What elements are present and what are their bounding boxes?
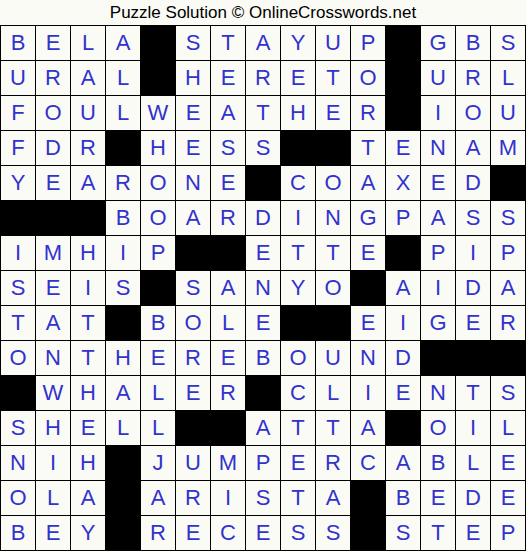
block-r4c9 (281, 131, 315, 165)
cell-r14c10: A (316, 481, 350, 515)
cell-r14c14: D (456, 481, 490, 515)
cell-r4c15: M (491, 131, 525, 165)
cell-r13c13: B (421, 446, 455, 480)
cell-r2c14: R (456, 61, 490, 95)
cell-r7c3: H (71, 236, 105, 270)
cell-r11c9: C (281, 376, 315, 410)
cell-r11c12: E (386, 376, 420, 410)
cell-r13c11: C (351, 446, 385, 480)
block-r14c11 (351, 481, 385, 515)
cell-r11c11: I (351, 376, 385, 410)
cell-r7c8: E (246, 236, 280, 270)
cell-r7c14: I (456, 236, 490, 270)
cell-r12c9: T (281, 411, 315, 445)
cell-r7c2: M (36, 236, 70, 270)
cell-r15c15: P (491, 516, 525, 550)
cell-r11c4: A (106, 376, 140, 410)
cell-r9c11: E (351, 306, 385, 340)
cell-r3c14: O (456, 96, 490, 130)
cell-r9c2: A (36, 306, 70, 340)
cell-r14c12: B (386, 481, 420, 515)
cell-r1c2: E (36, 26, 70, 60)
cell-r12c1: S (1, 411, 35, 445)
block-r12c7 (211, 411, 245, 445)
cell-r12c2: H (36, 411, 70, 445)
block-r7c12 (386, 236, 420, 270)
cell-r11c2: W (36, 376, 70, 410)
block-r10c14 (456, 341, 490, 375)
cell-r5c7: E (211, 166, 245, 200)
cell-r12c8: A (246, 411, 280, 445)
cell-r10c3: T (71, 341, 105, 375)
cell-r1c7: T (211, 26, 245, 60)
block-r13c4 (106, 446, 140, 480)
cell-r7c11: E (351, 236, 385, 270)
cell-r15c8: E (246, 516, 280, 550)
cell-r14c8: S (246, 481, 280, 515)
cell-r1c10: U (316, 26, 350, 60)
cell-r3c11: R (351, 96, 385, 130)
cell-r14c3: A (71, 481, 105, 515)
cell-r13c15: E (491, 446, 525, 480)
block-r11c1 (1, 376, 35, 410)
cell-r13c14: L (456, 446, 490, 480)
cell-r1c1: B (1, 26, 35, 60)
cell-r5c14: D (456, 166, 490, 200)
cell-r6c10: N (316, 201, 350, 235)
cell-r6c4: B (106, 201, 140, 235)
cell-r7c13: P (421, 236, 455, 270)
cell-r4c5: H (141, 131, 175, 165)
cell-r2c10: T (316, 61, 350, 95)
cell-r4c12: E (386, 131, 420, 165)
page-title: Puzzle Solution © OnlineCrosswords.net (0, 0, 526, 25)
cell-r3c9: H (281, 96, 315, 130)
cell-r11c10: L (316, 376, 350, 410)
cell-r14c9: T (281, 481, 315, 515)
cell-r9c6: O (176, 306, 210, 340)
cell-r6c12: P (386, 201, 420, 235)
cell-r11c3: H (71, 376, 105, 410)
cell-r13c10: R (316, 446, 350, 480)
cell-r8c9: Y (281, 271, 315, 305)
block-r8c11 (351, 271, 385, 305)
cell-r14c2: L (36, 481, 70, 515)
cell-r12c11: A (351, 411, 385, 445)
cell-r9c8: E (246, 306, 280, 340)
cell-r12c13: O (421, 411, 455, 445)
cell-r7c4: I (106, 236, 140, 270)
cell-r8c3: I (71, 271, 105, 305)
cell-r11c6: E (176, 376, 210, 410)
cell-r6c7: R (211, 201, 245, 235)
cell-r8c6: S (176, 271, 210, 305)
cell-r11c13: N (421, 376, 455, 410)
cell-r5c6: N (176, 166, 210, 200)
cell-r3c4: L (106, 96, 140, 130)
cell-r7c9: T (281, 236, 315, 270)
cell-r10c5: E (141, 341, 175, 375)
block-r2c12 (386, 61, 420, 95)
block-r7c7 (211, 236, 245, 270)
cell-r12c4: L (106, 411, 140, 445)
block-r4c10 (316, 131, 350, 165)
block-r15c4 (106, 516, 140, 550)
cell-r7c10: T (316, 236, 350, 270)
cell-r15c3: Y (71, 516, 105, 550)
cell-r8c15: A (491, 271, 525, 305)
cell-r8c8: N (246, 271, 280, 305)
block-r4c4 (106, 131, 140, 165)
block-r9c4 (106, 306, 140, 340)
block-r7c6 (176, 236, 210, 270)
cell-r15c7: C (211, 516, 245, 550)
cell-r3c10: E (316, 96, 350, 130)
cell-r15c1: B (1, 516, 35, 550)
cell-r3c2: O (36, 96, 70, 130)
cell-r3c15: U (491, 96, 525, 130)
cell-r5c3: A (71, 166, 105, 200)
block-r12c12 (386, 411, 420, 445)
cell-r5c5: O (141, 166, 175, 200)
cell-r4c3: R (71, 131, 105, 165)
block-r12c6 (176, 411, 210, 445)
cell-r1c13: G (421, 26, 455, 60)
cell-r10c12: D (386, 341, 420, 375)
cell-r2c11: O (351, 61, 385, 95)
cell-r6c11: G (351, 201, 385, 235)
cell-r5c2: E (36, 166, 70, 200)
block-r10c15 (491, 341, 525, 375)
block-r1c5 (141, 26, 175, 60)
cell-r15c12: S (386, 516, 420, 550)
block-r1c12 (386, 26, 420, 60)
cell-r3c5: W (141, 96, 175, 130)
cell-r2c6: H (176, 61, 210, 95)
cell-r10c2: N (36, 341, 70, 375)
cell-r2c1: U (1, 61, 35, 95)
cell-r2c2: R (36, 61, 70, 95)
cell-r4c1: F (1, 131, 35, 165)
cell-r7c1: I (1, 236, 35, 270)
cell-r6c13: A (421, 201, 455, 235)
cell-r6c8: D (246, 201, 280, 235)
cell-r9c5: B (141, 306, 175, 340)
cell-r12c15: L (491, 411, 525, 445)
cell-r13c2: I (36, 446, 70, 480)
cell-r4c14: A (456, 131, 490, 165)
cell-r8c1: S (1, 271, 35, 305)
block-r9c9 (281, 306, 315, 340)
cell-r4c7: S (211, 131, 245, 165)
cell-r3c13: I (421, 96, 455, 130)
cell-r8c13: I (421, 271, 455, 305)
cell-r10c1: O (1, 341, 35, 375)
cell-r1c9: Y (281, 26, 315, 60)
cell-r9c1: T (1, 306, 35, 340)
cell-r10c4: H (106, 341, 140, 375)
cell-r6c15: S (491, 201, 525, 235)
cell-r2c15: L (491, 61, 525, 95)
cell-r2c4: L (106, 61, 140, 95)
cell-r6c5: O (141, 201, 175, 235)
cell-r2c7: E (211, 61, 245, 95)
cell-r1c15: S (491, 26, 525, 60)
cell-r9c7: L (211, 306, 245, 340)
cell-r15c5: R (141, 516, 175, 550)
cell-r10c9: O (281, 341, 315, 375)
cell-r12c14: I (456, 411, 490, 445)
cell-r10c8: B (246, 341, 280, 375)
cell-r9c13: G (421, 306, 455, 340)
cell-r14c1: O (1, 481, 35, 515)
block-r8c5 (141, 271, 175, 305)
cell-r6c9: I (281, 201, 315, 235)
cell-r5c10: O (316, 166, 350, 200)
cell-r10c11: N (351, 341, 385, 375)
cell-r8c10: O (316, 271, 350, 305)
cell-r3c1: F (1, 96, 35, 130)
cell-r1c14: B (456, 26, 490, 60)
cell-r5c9: C (281, 166, 315, 200)
cell-r13c3: H (71, 446, 105, 480)
cell-r4c6: E (176, 131, 210, 165)
cell-r7c15: P (491, 236, 525, 270)
cell-r4c11: T (351, 131, 385, 165)
block-r6c3 (71, 201, 105, 235)
cell-r3c3: U (71, 96, 105, 130)
cell-r1c8: A (246, 26, 280, 60)
cell-r14c13: E (421, 481, 455, 515)
cell-r14c15: E (491, 481, 525, 515)
cell-r2c13: U (421, 61, 455, 95)
cell-r14c5: A (141, 481, 175, 515)
cell-r15c6: E (176, 516, 210, 550)
cell-r5c13: E (421, 166, 455, 200)
block-r5c15 (491, 166, 525, 200)
block-r6c2 (36, 201, 70, 235)
cell-r9c14: E (456, 306, 490, 340)
cell-r15c14: E (456, 516, 490, 550)
cell-r1c6: S (176, 26, 210, 60)
cell-r15c9: S (281, 516, 315, 550)
block-r5c8 (246, 166, 280, 200)
cell-r5c11: A (351, 166, 385, 200)
cell-r13c9: E (281, 446, 315, 480)
cell-r9c3: T (71, 306, 105, 340)
cell-r13c1: N (1, 446, 35, 480)
cell-r11c14: T (456, 376, 490, 410)
block-r9c10 (316, 306, 350, 340)
block-r3c12 (386, 96, 420, 130)
cell-r15c10: S (316, 516, 350, 550)
cell-r14c6: R (176, 481, 210, 515)
block-r15c11 (351, 516, 385, 550)
block-r2c5 (141, 61, 175, 95)
cell-r2c3: A (71, 61, 105, 95)
cell-r15c2: E (36, 516, 70, 550)
crossword-grid: BELASTAYUPGBSURALHERETOURLFOULWEATHERIOU… (0, 25, 526, 551)
cell-r13c6: U (176, 446, 210, 480)
cell-r13c8: P (246, 446, 280, 480)
cell-r8c12: A (386, 271, 420, 305)
cell-r4c13: N (421, 131, 455, 165)
cell-r13c12: A (386, 446, 420, 480)
cell-r12c3: E (71, 411, 105, 445)
cell-r7c5: P (141, 236, 175, 270)
block-r14c4 (106, 481, 140, 515)
cell-r1c3: L (71, 26, 105, 60)
cell-r12c5: L (141, 411, 175, 445)
block-r6c1 (1, 201, 35, 235)
cell-r8c14: D (456, 271, 490, 305)
cell-r10c10: U (316, 341, 350, 375)
cell-r2c8: R (246, 61, 280, 95)
cell-r10c7: E (211, 341, 245, 375)
cell-r9c15: R (491, 306, 525, 340)
cell-r3c7: A (211, 96, 245, 130)
cell-r9c12: I (386, 306, 420, 340)
cell-r13c7: M (211, 446, 245, 480)
block-r11c8 (246, 376, 280, 410)
cell-r5c4: R (106, 166, 140, 200)
cell-r2c9: E (281, 61, 315, 95)
cell-r3c6: E (176, 96, 210, 130)
cell-r11c7: R (211, 376, 245, 410)
cell-r3c8: T (246, 96, 280, 130)
cell-r5c1: Y (1, 166, 35, 200)
cell-r4c2: D (36, 131, 70, 165)
cell-r8c7: A (211, 271, 245, 305)
cell-r8c4: S (106, 271, 140, 305)
cell-r13c5: J (141, 446, 175, 480)
cell-r11c5: L (141, 376, 175, 410)
cell-r11c15: S (491, 376, 525, 410)
cell-r5c12: X (386, 166, 420, 200)
cell-r10c6: R (176, 341, 210, 375)
cell-r1c11: P (351, 26, 385, 60)
cell-r1c4: A (106, 26, 140, 60)
cell-r15c13: T (421, 516, 455, 550)
block-r10c13 (421, 341, 455, 375)
cell-r14c7: I (211, 481, 245, 515)
cell-r6c6: A (176, 201, 210, 235)
cell-r4c8: S (246, 131, 280, 165)
cell-r12c10: T (316, 411, 350, 445)
cell-r8c2: E (36, 271, 70, 305)
cell-r6c14: S (456, 201, 490, 235)
